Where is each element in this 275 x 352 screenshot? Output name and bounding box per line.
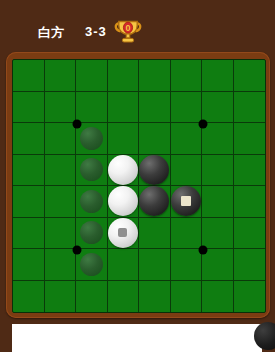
cell-c2[interactable]: [76, 92, 108, 124]
cell-e7[interactable]: [139, 249, 171, 281]
cell-d6[interactable]: [108, 218, 140, 250]
cell-g8[interactable]: [202, 281, 234, 313]
cell-f5[interactable]: [171, 186, 203, 218]
cell-c4[interactable]: [76, 155, 108, 187]
trophy-base: [122, 38, 133, 42]
cell-c5[interactable]: [76, 186, 108, 218]
board-field: [12, 59, 266, 313]
white-stone: [108, 155, 138, 185]
cell-b1[interactable]: [45, 60, 77, 92]
trophy-count: 0: [125, 23, 130, 33]
last-move-marker-black: [181, 196, 191, 206]
black-stone: [171, 186, 201, 216]
cell-c7[interactable]: [76, 249, 108, 281]
legal-move-hint[interactable]: [80, 221, 103, 244]
cell-g1[interactable]: [202, 60, 234, 92]
cell-h3[interactable]: [234, 123, 266, 155]
cell-d7[interactable]: [108, 249, 140, 281]
side-label: 白方: [38, 24, 64, 42]
black-stone: [139, 155, 169, 185]
cell-e6[interactable]: [139, 218, 171, 250]
cell-b8[interactable]: [45, 281, 77, 313]
board-frame: [6, 52, 270, 318]
cell-g6[interactable]: [202, 218, 234, 250]
star-point: [73, 120, 82, 129]
cell-d8[interactable]: [108, 281, 140, 313]
cell-d2[interactable]: [108, 92, 140, 124]
game-screen: 白方 3-3 0: [0, 0, 275, 352]
cell-b6[interactable]: [45, 218, 77, 250]
cell-g4[interactable]: [202, 155, 234, 187]
cell-b5[interactable]: [45, 186, 77, 218]
cell-f6[interactable]: [171, 218, 203, 250]
cell-e5[interactable]: [139, 186, 171, 218]
legal-move-hint[interactable]: [80, 253, 103, 276]
white-stone: [108, 186, 138, 216]
cell-d3[interactable]: [108, 123, 140, 155]
cell-a4[interactable]: [13, 155, 45, 187]
cell-f7[interactable]: [171, 249, 203, 281]
cell-a8[interactable]: [13, 281, 45, 313]
legal-move-hint[interactable]: [80, 158, 103, 181]
trophy-stem: [126, 34, 130, 38]
cell-d4[interactable]: [108, 155, 140, 187]
cell-g7[interactable]: [202, 249, 234, 281]
cell-b3[interactable]: [45, 123, 77, 155]
cell-e3[interactable]: [139, 123, 171, 155]
legal-move-hint[interactable]: [80, 190, 103, 213]
cell-e2[interactable]: [139, 92, 171, 124]
black-stone: [139, 186, 169, 216]
cell-g3[interactable]: [202, 123, 234, 155]
cell-d1[interactable]: [108, 60, 140, 92]
cell-c8[interactable]: [76, 281, 108, 313]
cell-f8[interactable]: [171, 281, 203, 313]
score-text: 3-3: [85, 24, 107, 39]
dark-circle-button[interactable]: [254, 322, 275, 350]
cell-e4[interactable]: [139, 155, 171, 187]
cell-h7[interactable]: [234, 249, 266, 281]
cell-f2[interactable]: [171, 92, 203, 124]
white-stone: [108, 218, 138, 248]
cell-a6[interactable]: [13, 218, 45, 250]
cell-e1[interactable]: [139, 60, 171, 92]
cell-h6[interactable]: [234, 218, 266, 250]
cell-g5[interactable]: [202, 186, 234, 218]
cell-c1[interactable]: [76, 60, 108, 92]
cell-h2[interactable]: [234, 92, 266, 124]
cell-a7[interactable]: [13, 249, 45, 281]
cell-h8[interactable]: [234, 281, 266, 313]
trophy-button[interactable]: 0: [112, 15, 144, 47]
cell-f1[interactable]: [171, 60, 203, 92]
cell-b4[interactable]: [45, 155, 77, 187]
cell-b7[interactable]: [45, 249, 77, 281]
cell-c3[interactable]: [76, 123, 108, 155]
cell-a1[interactable]: [13, 60, 45, 92]
cell-a5[interactable]: [13, 186, 45, 218]
cell-h1[interactable]: [234, 60, 266, 92]
cell-h5[interactable]: [234, 186, 266, 218]
star-point: [73, 246, 82, 255]
cell-e8[interactable]: [139, 281, 171, 313]
cell-f4[interactable]: [171, 155, 203, 187]
star-point: [199, 246, 208, 255]
cell-g2[interactable]: [202, 92, 234, 124]
cell-b2[interactable]: [45, 92, 77, 124]
cell-c6[interactable]: [76, 218, 108, 250]
last-move-marker-white: [118, 228, 127, 237]
bottom-banner: [12, 324, 262, 352]
star-point: [199, 120, 208, 129]
cell-d5[interactable]: [108, 186, 140, 218]
cell-f3[interactable]: [171, 123, 203, 155]
cell-a3[interactable]: [13, 123, 45, 155]
cell-h4[interactable]: [234, 155, 266, 187]
legal-move-hint[interactable]: [80, 127, 103, 150]
cell-a2[interactable]: [13, 92, 45, 124]
